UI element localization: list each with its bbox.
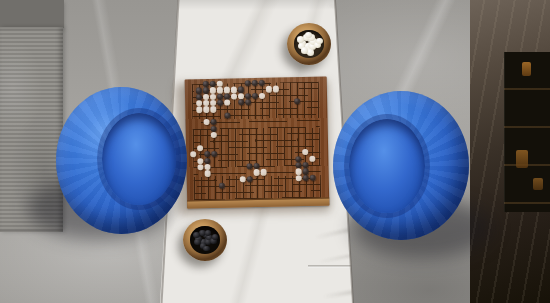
- go-stone-white: [259, 92, 266, 98]
- go-stone-black: [246, 176, 253, 182]
- go-stone-white: [295, 175, 302, 181]
- star-point: [213, 140, 215, 142]
- star-point: [256, 178, 258, 180]
- go-stone-black: [294, 98, 301, 104]
- shelf-object: [522, 62, 531, 76]
- star-point: [214, 179, 216, 181]
- go-stone-white: [204, 170, 211, 176]
- go-stone-white: [231, 93, 238, 99]
- black-go-stone: [212, 234, 219, 240]
- go-stone-white: [302, 149, 309, 155]
- go-stone-black: [245, 99, 252, 105]
- go-stone-white: [203, 106, 210, 112]
- go-stone-white: [260, 169, 267, 175]
- go-stone-white: [272, 86, 279, 92]
- go-stone-white: [197, 158, 204, 164]
- go-stone-white: [210, 132, 217, 138]
- go-board-grid: [192, 82, 321, 201]
- go-stone-white: [295, 168, 302, 174]
- shelving-cabinet: [504, 52, 550, 212]
- white-go-stone: [301, 47, 308, 53]
- star-point: [255, 139, 257, 141]
- go-stone-white: [223, 87, 230, 93]
- go-stone-white: [239, 176, 246, 182]
- white-stones: [294, 30, 324, 58]
- go-stone-black: [210, 125, 217, 131]
- go-stone-black: [195, 87, 202, 93]
- white-go-stone: [297, 36, 304, 42]
- go-stone-white: [203, 119, 210, 125]
- go-stone-black: [204, 151, 211, 157]
- go-stone-white: [224, 100, 231, 106]
- white-stones-bowl: [287, 23, 331, 65]
- go-stone-white: [230, 87, 237, 93]
- left-chair-seat: [102, 113, 176, 205]
- go-stone-black: [251, 80, 258, 86]
- go-stone-white: [309, 155, 316, 161]
- go-stone-black: [252, 93, 259, 99]
- left-blue-chair: [56, 87, 187, 234]
- go-stone-black: [244, 80, 251, 86]
- go-stone-black: [210, 119, 217, 125]
- go-stone-white: [210, 106, 217, 112]
- go-stone-black: [202, 87, 209, 93]
- go-stone-black: [295, 156, 302, 162]
- go-stone-black: [224, 112, 231, 118]
- star-point: [254, 101, 256, 103]
- go-stone-white: [216, 87, 223, 93]
- go-stone-black: [217, 100, 224, 106]
- white-go-stone: [305, 32, 312, 38]
- floor-corner-tile: [0, 0, 64, 28]
- go-stone-black: [302, 175, 309, 181]
- go-stone-white: [190, 151, 197, 157]
- star-point: [297, 138, 299, 140]
- black-stones-bowl: [183, 219, 227, 261]
- go-stone-black: [238, 99, 245, 105]
- go-stone-white: [209, 87, 216, 93]
- go-stone-black: [237, 86, 244, 92]
- white-go-stone: [316, 38, 323, 44]
- scene: [0, 0, 550, 303]
- go-stone-black: [211, 151, 218, 157]
- shelf-object: [516, 150, 528, 168]
- go-stone-white: [265, 86, 272, 92]
- go-stone-white: [196, 107, 203, 113]
- go-stone-black: [204, 157, 211, 163]
- white-go-stone: [307, 49, 314, 55]
- shelf-object: [533, 178, 543, 190]
- go-stone-white: [197, 164, 204, 170]
- go-stone-white: [253, 169, 260, 175]
- go-board: [185, 77, 330, 209]
- go-stone-black: [258, 80, 265, 86]
- black-go-stone: [203, 246, 210, 252]
- go-stone-black: [302, 168, 309, 174]
- right-blue-chair: [333, 91, 469, 240]
- right-chair-seat: [349, 119, 425, 213]
- go-stone-black: [309, 174, 316, 180]
- go-board-surface: [185, 77, 330, 201]
- go-stone-black: [246, 163, 253, 169]
- go-stone-black: [218, 183, 225, 189]
- go-stone-white: [197, 145, 204, 151]
- black-go-stone: [193, 232, 200, 238]
- black-stones: [190, 226, 220, 254]
